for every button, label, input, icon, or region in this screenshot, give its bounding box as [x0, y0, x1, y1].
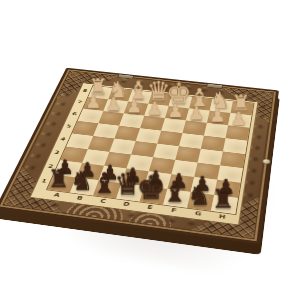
chess-board-set: 87654321 ABCDEFGH ♜♞♝♛♚♝♞♜♟♟♟♟♟♟♟♟♟♟♟♟♟♟…: [0, 68, 279, 244]
square-h7[interactable]: ♟: [228, 113, 251, 128]
piece-light-pawn[interactable]: ♟: [230, 109, 247, 127]
square-c5[interactable]: [114, 126, 140, 141]
square-h6[interactable]: [226, 125, 250, 140]
piece-light-pawn[interactable]: ♟: [188, 104, 204, 121]
square-a6[interactable]: [78, 109, 104, 124]
square-f7[interactable]: ♟: [186, 108, 210, 123]
square-g5[interactable]: [201, 136, 226, 152]
piece-light-pawn[interactable]: ♟: [209, 107, 226, 124]
piece-light-pawn[interactable]: ♟: [85, 93, 101, 110]
square-h1[interactable]: ♜: [211, 195, 238, 214]
piece-dark-rook[interactable]: ♜: [48, 168, 70, 191]
square-e7[interactable]: ♟: [165, 106, 189, 120]
square-f5[interactable]: [179, 133, 204, 149]
piece-light-pawn[interactable]: ♟: [126, 97, 142, 114]
piece-light-pawn[interactable]: ♟: [146, 100, 162, 117]
piece-dark-knight[interactable]: ♞: [70, 169, 93, 194]
square-f6[interactable]: [182, 121, 206, 136]
piece-dark-rook[interactable]: ♜: [212, 188, 235, 212]
piece-light-pawn[interactable]: ♟: [105, 95, 121, 112]
piece-dark-bishop[interactable]: ♝: [162, 179, 188, 206]
square-f4[interactable]: [175, 146, 201, 162]
square-g4[interactable]: [198, 149, 223, 166]
square-d4[interactable]: [131, 141, 157, 157]
product-photo: 87654321 ABCDEFGH ♜♞♝♛♚♝♞♜♟♟♟♟♟♟♟♟♟♟♟♟♟♟…: [0, 0, 300, 300]
piece-light-pawn[interactable]: ♟: [167, 102, 183, 119]
square-e5[interactable]: [157, 131, 182, 147]
carved-walnut-frame: 87654321 ABCDEFGH ♜♞♝♛♚♝♞♜♟♟♟♟♟♟♟♟♟♟♟♟♟♟…: [0, 68, 279, 244]
square-g1[interactable]: ♞: [187, 192, 214, 211]
square-g7[interactable]: ♟: [207, 111, 231, 126]
square-b5[interactable]: [93, 123, 119, 138]
piece-dark-knight[interactable]: ♞: [187, 184, 211, 209]
